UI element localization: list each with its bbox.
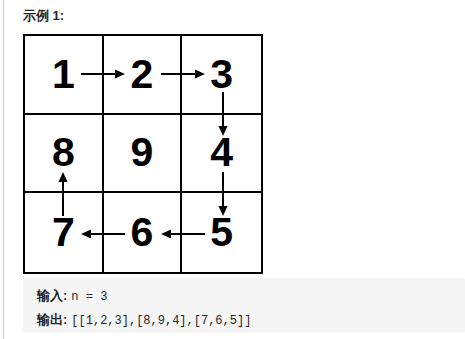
grid-cell-r1c1: 9 bbox=[104, 115, 183, 194]
io-code-block: 输入:n = 3 输出:[[1,2,3],[8,9,4],[7,6,5]] bbox=[23, 278, 465, 333]
panel-divider-line bbox=[3, 0, 4, 339]
example-title: 示例 1: bbox=[23, 6, 64, 26]
input-label: 输入: bbox=[37, 288, 67, 303]
grid-cell-r1c2: 4 bbox=[182, 115, 261, 194]
grid-cell-r2c2: 5 bbox=[182, 193, 261, 272]
input-line: 输入:n = 3 bbox=[37, 284, 451, 308]
output-value: [[1,2,3],[8,9,4],[7,6,5]] bbox=[71, 314, 251, 328]
grid-cell-r2c1: 6 bbox=[104, 193, 183, 272]
grid-cell-r0c2: 3 bbox=[182, 36, 261, 115]
spiral-grid: 123894765 bbox=[23, 34, 263, 274]
page: 示例 1: 123894765 输入:n = 3 输出:[[1,2,3],[8,… bbox=[0, 0, 465, 339]
grid-cell-r2c0: 7 bbox=[25, 193, 104, 272]
output-line: 输出:[[1,2,3],[8,9,4],[7,6,5]] bbox=[37, 308, 451, 332]
grid-cell-r1c0: 8 bbox=[25, 115, 104, 194]
spiral-grid-figure: 123894765 bbox=[23, 34, 263, 274]
grid-cell-r0c1: 2 bbox=[104, 36, 183, 115]
grid-cell-r0c0: 1 bbox=[25, 36, 104, 115]
input-value: n = 3 bbox=[71, 290, 107, 304]
output-label: 输出: bbox=[37, 312, 67, 327]
